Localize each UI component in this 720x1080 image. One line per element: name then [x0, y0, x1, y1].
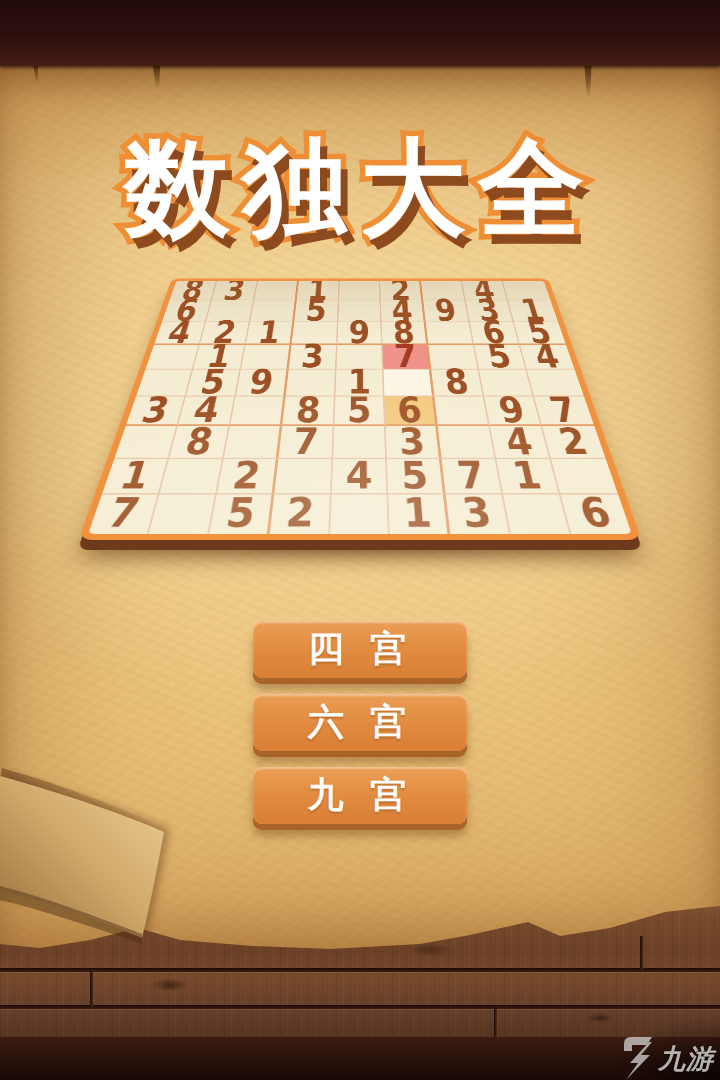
sudoku-cell-r7c9[interactable]: 2 — [542, 426, 605, 458]
button-four-grid[interactable]: 四宫 — [253, 621, 467, 678]
sudoku-cell-r2c4[interactable]: 5 — [294, 300, 339, 321]
sudoku-cell-r3c1[interactable]: 4 — [154, 322, 206, 345]
sudoku-cell-r6c5[interactable]: 5 — [334, 397, 386, 427]
sudoku-cell-r3c3[interactable]: 1 — [246, 322, 294, 345]
plank-seam — [0, 968, 720, 972]
sudoku-cell-r9c7[interactable]: 3 — [446, 494, 511, 534]
plank-joint — [494, 1007, 497, 1037]
sudoku-cell-r9c6[interactable]: 1 — [389, 494, 451, 534]
sudoku-board-frame: 8312465493142198651375459183485697873421… — [78, 27, 642, 540]
sudoku-cell-r9c5[interactable] — [330, 494, 390, 534]
sudoku-cell-r9c8[interactable] — [503, 494, 571, 534]
sudoku-cell-r8c5[interactable]: 4 — [331, 459, 388, 495]
plank-joint — [90, 970, 93, 1007]
sudoku-cell-r8c2[interactable] — [159, 459, 223, 495]
sudoku-cell-r1c5[interactable] — [339, 281, 381, 301]
sudoku-cell-r1c2[interactable]: 3 — [212, 281, 258, 301]
sudoku-cell-r8c3[interactable]: 2 — [217, 459, 279, 495]
lightning-g-icon — [623, 1036, 653, 1080]
sudoku-cell-r8c1[interactable]: 1 — [102, 459, 169, 495]
sudoku-cell-r8c8[interactable]: 1 — [496, 459, 560, 495]
button-six-grid[interactable]: 六宫 — [253, 694, 467, 751]
sudoku-cell-r1c3[interactable] — [254, 281, 299, 301]
sudoku-board-3d: 8312465493142198651375459183485697873421… — [78, 278, 642, 540]
top-banner — [0, 0, 720, 66]
sudoku-cell-r3c5[interactable]: 9 — [337, 322, 383, 345]
sudoku-cell-r9c1[interactable]: 7 — [88, 494, 159, 534]
mode-menu: 四宫 六宫 九宫 — [0, 621, 720, 824]
watermark: 九游 — [623, 1036, 714, 1080]
sudoku-cell-r5c3[interactable]: 9 — [236, 370, 289, 397]
sudoku-cell-r4c9[interactable]: 4 — [520, 345, 574, 370]
sudoku-cell-r4c8[interactable]: 5 — [474, 345, 527, 370]
sudoku-cell-r9c2[interactable] — [149, 494, 217, 534]
sudoku-cell-r4c6[interactable]: 7 — [383, 345, 432, 370]
watermark-text: 九游 — [658, 1041, 714, 1077]
sudoku-cell-r8c9[interactable] — [551, 459, 618, 495]
sudoku-cell-r8c4[interactable] — [274, 459, 333, 495]
plank-joint — [640, 936, 643, 970]
sudoku-cell-r5c7[interactable]: 8 — [432, 370, 485, 397]
sudoku-cell-r9c9[interactable]: 6 — [561, 494, 632, 534]
sudoku-cell-r7c4[interactable]: 7 — [278, 426, 334, 458]
button-nine-grid[interactable]: 九宫 — [253, 767, 467, 824]
sudoku-cell-r2c7[interactable]: 9 — [424, 300, 470, 321]
sudoku-cell-r8c6[interactable]: 5 — [387, 459, 446, 495]
sudoku-cell-r7c2[interactable]: 8 — [169, 426, 230, 458]
sudoku-cell-r8c7[interactable]: 7 — [442, 459, 504, 495]
sudoku-cell-r9c3[interactable]: 5 — [209, 494, 274, 534]
sudoku-cell-r9c4[interactable]: 2 — [269, 494, 331, 534]
sudoku-board[interactable]: 8312465493142198651375459183485697873421… — [88, 281, 632, 534]
paper-tear — [32, 66, 39, 83]
sudoku-cell-r6c1[interactable]: 3 — [126, 397, 186, 427]
sudoku-cell-r4c4[interactable]: 3 — [288, 345, 337, 370]
